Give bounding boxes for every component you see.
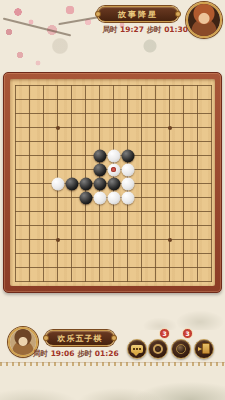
gold-ring-item-icon bbox=[153, 344, 163, 354]
opponent-name: 故事降星 bbox=[118, 9, 158, 20]
game-screen: 故事降星 局时 19:27 步时 01:30 欢乐五子棋 局时 19:06 步时… bbox=[0, 0, 225, 400]
hint-item-count-badge: 3 bbox=[159, 328, 170, 339]
star-point bbox=[56, 238, 60, 242]
last-move-marker bbox=[111, 167, 116, 172]
board-grid[interactable] bbox=[15, 85, 212, 282]
opponent-portrait bbox=[188, 4, 220, 36]
stone-black bbox=[93, 149, 106, 162]
stone-white bbox=[121, 177, 134, 190]
player-name: 欢乐五子棋 bbox=[58, 333, 103, 344]
board-frame bbox=[3, 72, 222, 293]
stone-black bbox=[79, 191, 92, 204]
opponent-avatar[interactable] bbox=[186, 2, 222, 38]
stone-white bbox=[107, 191, 120, 204]
star-point bbox=[168, 126, 172, 130]
undo-item-button[interactable] bbox=[171, 339, 191, 359]
undo-item-count-badge: 3 bbox=[182, 328, 193, 339]
player-game-time-label: 局时 bbox=[33, 349, 48, 358]
opponent-move-time: 01:30 bbox=[164, 25, 188, 34]
stone-black bbox=[93, 163, 106, 176]
opponent-move-time-label: 步时 bbox=[147, 25, 162, 34]
opponent-name-plate: 故事降星 bbox=[97, 6, 179, 22]
stone-black bbox=[79, 177, 92, 190]
player-name-plate: 欢乐五子棋 bbox=[45, 330, 115, 346]
hint-item-button[interactable] bbox=[148, 339, 168, 359]
stone-black bbox=[121, 149, 134, 162]
player-game-time: 19:06 bbox=[51, 349, 75, 358]
branch-art bbox=[3, 18, 71, 37]
stone-white bbox=[93, 191, 106, 204]
player-move-time-label: 步时 bbox=[77, 349, 92, 358]
stone-white bbox=[121, 163, 134, 176]
stone-white bbox=[51, 177, 64, 190]
stone-black bbox=[93, 177, 106, 190]
stone-white bbox=[121, 191, 134, 204]
player-move-time: 01:26 bbox=[95, 349, 119, 358]
chat-bubble-icon bbox=[131, 345, 143, 353]
chat-button[interactable] bbox=[127, 339, 147, 359]
mountain-ink-art bbox=[0, 366, 225, 400]
stone-black bbox=[107, 177, 120, 190]
star-point bbox=[168, 238, 172, 242]
landscape-sketch-art bbox=[140, 296, 225, 330]
opponent-game-time-label: 局时 bbox=[102, 25, 117, 34]
star-point bbox=[56, 126, 60, 130]
stone-white bbox=[107, 149, 120, 162]
stone-white bbox=[107, 163, 120, 176]
board-surface bbox=[10, 79, 215, 286]
dark-stone-item-icon bbox=[176, 344, 186, 354]
opponent-timers: 局时 19:27 步时 01:30 bbox=[102, 25, 188, 35]
door-exit-icon bbox=[202, 343, 210, 354]
stone-black bbox=[65, 177, 78, 190]
opponent-game-time: 19:27 bbox=[120, 25, 144, 34]
exit-button[interactable] bbox=[194, 339, 214, 359]
player-timers: 局时 19:06 步时 01:26 bbox=[33, 349, 119, 359]
